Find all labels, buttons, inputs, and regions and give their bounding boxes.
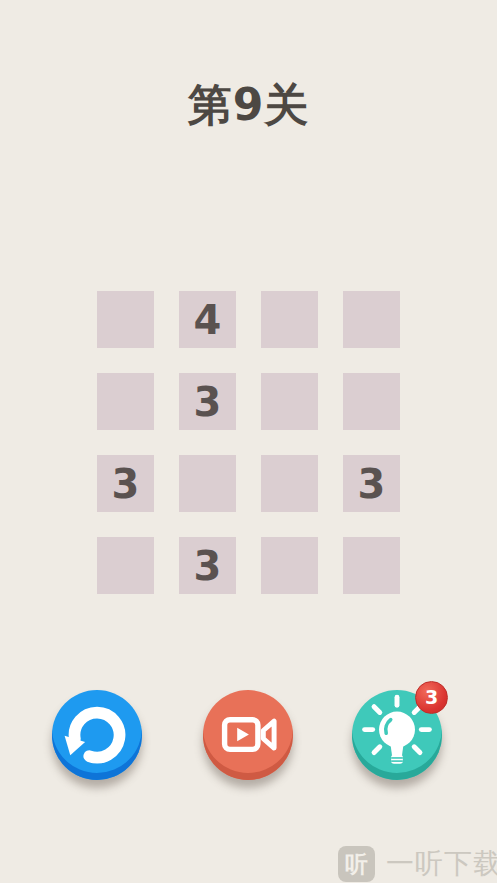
puzzle-board: 4 3 3 3 3 [97,291,400,594]
watermark: 听 一听下载 [338,845,497,883]
board-cell[interactable] [261,537,318,594]
board-cell[interactable] [97,373,154,430]
board-cell[interactable] [343,291,400,348]
board-cell[interactable]: 3 [179,373,236,430]
board-cell[interactable]: 4 [179,291,236,348]
restart-arrow-icon [52,690,142,780]
restart-button[interactable] [52,690,142,780]
board-cell[interactable] [261,291,318,348]
board-cell[interactable] [179,455,236,512]
watermark-logo-icon: 听 [338,846,375,882]
board-cell[interactable] [343,373,400,430]
hint-count-badge: 3 [415,681,448,714]
level-title: 第9关 [0,76,497,135]
board-cell[interactable]: 3 [97,455,154,512]
board-cell[interactable] [261,455,318,512]
board-cell[interactable] [261,373,318,430]
video-camera-icon [203,690,293,780]
video-button[interactable] [203,690,293,780]
board-cell[interactable]: 3 [179,537,236,594]
board-cell[interactable] [343,537,400,594]
board-cell[interactable] [97,291,154,348]
hint-button[interactable]: 3 [352,690,442,780]
watermark-label: 一听下载 [386,845,497,883]
board-cell[interactable]: 3 [343,455,400,512]
board-cell[interactable] [97,537,154,594]
